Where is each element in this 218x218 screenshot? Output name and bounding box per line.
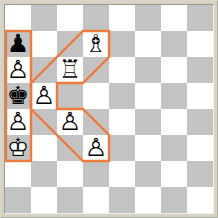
square-c3[interactable]	[57, 135, 83, 161]
square-e5[interactable]	[109, 83, 135, 109]
square-g7[interactable]	[161, 31, 187, 57]
square-e6[interactable]	[109, 57, 135, 83]
white-pawn-piece: ♟♙	[31, 83, 57, 109]
square-d3[interactable]: ♟♙	[83, 135, 109, 161]
square-h6[interactable]	[187, 57, 213, 83]
white-king-piece: ♚♔	[5, 135, 31, 161]
square-a6[interactable]: ♟♙	[5, 57, 31, 83]
square-e4[interactable]	[109, 109, 135, 135]
square-d1[interactable]	[83, 187, 109, 213]
square-f7[interactable]	[135, 31, 161, 57]
square-c2[interactable]	[57, 161, 83, 187]
white-rook-glyph: ♖	[57, 57, 83, 83]
square-e3[interactable]	[109, 135, 135, 161]
square-f2[interactable]	[135, 161, 161, 187]
square-a1[interactable]	[5, 187, 31, 213]
square-g3[interactable]	[161, 135, 187, 161]
square-g5[interactable]	[161, 83, 187, 109]
square-b4[interactable]	[31, 109, 57, 135]
square-f6[interactable]	[135, 57, 161, 83]
square-e2[interactable]	[109, 161, 135, 187]
square-d5[interactable]	[83, 83, 109, 109]
square-a4[interactable]: ♟♙	[5, 109, 31, 135]
square-b5[interactable]: ♟♙	[31, 83, 57, 109]
square-g8[interactable]	[161, 5, 187, 31]
board-frame: ♟♝♗♟♙♜♖♚♟♙♟♙♟♙♚♔♟♙	[0, 0, 218, 218]
white-pawn-piece: ♟♙	[83, 135, 109, 161]
square-h1[interactable]	[187, 187, 213, 213]
square-b7[interactable]	[31, 31, 57, 57]
black-king-glyph: ♚	[5, 83, 31, 109]
square-a7[interactable]: ♟	[5, 31, 31, 57]
square-g4[interactable]	[161, 109, 187, 135]
white-pawn-piece: ♟♙	[5, 109, 31, 135]
square-d7[interactable]: ♝♗	[83, 31, 109, 57]
white-pawn-glyph: ♙	[57, 109, 83, 135]
square-h5[interactable]	[187, 83, 213, 109]
square-e7[interactable]	[109, 31, 135, 57]
square-f1[interactable]	[135, 187, 161, 213]
square-g1[interactable]	[161, 187, 187, 213]
black-pawn-glyph: ♟	[5, 31, 31, 57]
square-f3[interactable]	[135, 135, 161, 161]
square-h4[interactable]	[187, 109, 213, 135]
white-pawn-glyph: ♙	[31, 83, 57, 109]
square-e8[interactable]	[109, 5, 135, 31]
white-pawn-glyph: ♙	[5, 109, 31, 135]
white-pawn-glyph: ♙	[83, 135, 109, 161]
square-c7[interactable]	[57, 31, 83, 57]
square-h7[interactable]	[187, 31, 213, 57]
square-d2[interactable]	[83, 161, 109, 187]
white-pawn-piece: ♟♙	[5, 57, 31, 83]
square-c1[interactable]	[57, 187, 83, 213]
square-a3[interactable]: ♚♔	[5, 135, 31, 161]
square-c5[interactable]	[57, 83, 83, 109]
black-king-piece: ♚	[5, 83, 31, 109]
white-pawn-piece: ♟♙	[57, 109, 83, 135]
square-e1[interactable]	[109, 187, 135, 213]
square-b3[interactable]	[31, 135, 57, 161]
square-c4[interactable]: ♟♙	[57, 109, 83, 135]
square-a2[interactable]	[5, 161, 31, 187]
chess-board: ♟♝♗♟♙♜♖♚♟♙♟♙♟♙♚♔♟♙	[5, 5, 213, 213]
white-bishop-glyph: ♗	[83, 31, 109, 57]
square-b2[interactable]	[31, 161, 57, 187]
square-d8[interactable]	[83, 5, 109, 31]
square-f8[interactable]	[135, 5, 161, 31]
square-d6[interactable]	[83, 57, 109, 83]
square-h8[interactable]	[187, 5, 213, 31]
square-h3[interactable]	[187, 135, 213, 161]
white-pawn-glyph: ♙	[5, 57, 31, 83]
square-g2[interactable]	[161, 161, 187, 187]
board-bevel: ♟♝♗♟♙♜♖♚♟♙♟♙♟♙♚♔♟♙	[4, 4, 214, 214]
square-b6[interactable]	[31, 57, 57, 83]
square-a8[interactable]	[5, 5, 31, 31]
square-f5[interactable]	[135, 83, 161, 109]
white-bishop-piece: ♝♗	[83, 31, 109, 57]
square-b8[interactable]	[31, 5, 57, 31]
square-c8[interactable]	[57, 5, 83, 31]
white-rook-piece: ♜♖	[57, 57, 83, 83]
white-king-glyph: ♔	[5, 135, 31, 161]
square-b1[interactable]	[31, 187, 57, 213]
black-pawn-piece: ♟	[5, 31, 31, 57]
square-h2[interactable]	[187, 161, 213, 187]
square-a5[interactable]: ♚	[5, 83, 31, 109]
square-f4[interactable]	[135, 109, 161, 135]
square-c6[interactable]: ♜♖	[57, 57, 83, 83]
square-d4[interactable]	[83, 109, 109, 135]
square-g6[interactable]	[161, 57, 187, 83]
